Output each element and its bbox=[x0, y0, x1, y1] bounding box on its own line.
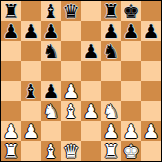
square-g2[interactable]: ♟ bbox=[121, 121, 141, 141]
square-b6[interactable] bbox=[21, 41, 41, 61]
square-a8[interactable]: ♜ bbox=[1, 1, 21, 21]
square-d4[interactable]: ♟ bbox=[61, 81, 81, 101]
square-e6[interactable]: ♟ bbox=[81, 41, 101, 61]
square-g7[interactable]: ♟ bbox=[121, 21, 141, 41]
square-a3[interactable] bbox=[1, 101, 21, 121]
square-d7[interactable] bbox=[61, 21, 81, 41]
piece-white-king[interactable]: ♚ bbox=[122, 141, 139, 161]
square-f4[interactable] bbox=[101, 81, 121, 101]
piece-black-pawn[interactable]: ♟ bbox=[42, 21, 59, 41]
square-g3[interactable] bbox=[121, 101, 141, 121]
square-b1[interactable] bbox=[21, 141, 41, 161]
square-f8[interactable]: ♜ bbox=[101, 1, 121, 21]
square-a6[interactable] bbox=[1, 41, 21, 61]
square-e3[interactable]: ♟ bbox=[81, 101, 101, 121]
square-f7[interactable]: ♟ bbox=[101, 21, 121, 41]
piece-white-bishop[interactable]: ♝ bbox=[62, 101, 79, 121]
square-d1[interactable]: ♛ bbox=[61, 141, 81, 161]
square-g5[interactable] bbox=[121, 61, 141, 81]
square-d3[interactable]: ♝ bbox=[61, 101, 81, 121]
piece-black-rook[interactable]: ♜ bbox=[102, 1, 119, 21]
piece-black-knight[interactable]: ♞ bbox=[42, 41, 59, 61]
square-d8[interactable]: ♛ bbox=[61, 1, 81, 21]
square-f3[interactable]: ♞ bbox=[101, 101, 121, 121]
square-h5[interactable] bbox=[141, 61, 161, 81]
square-e1[interactable] bbox=[81, 141, 101, 161]
piece-black-pawn[interactable]: ♟ bbox=[42, 81, 59, 101]
square-a2[interactable]: ♟ bbox=[1, 121, 21, 141]
piece-white-knight[interactable]: ♞ bbox=[102, 101, 119, 121]
square-e4[interactable] bbox=[81, 81, 101, 101]
piece-white-queen[interactable]: ♛ bbox=[62, 141, 79, 161]
piece-black-pawn[interactable]: ♟ bbox=[2, 21, 19, 41]
piece-white-pawn[interactable]: ♟ bbox=[82, 101, 99, 121]
square-g8[interactable]: ♚ bbox=[121, 1, 141, 21]
square-h7[interactable]: ♟ bbox=[141, 21, 161, 41]
square-b7[interactable]: ♟ bbox=[21, 21, 41, 41]
square-c7[interactable]: ♟ bbox=[41, 21, 61, 41]
square-h4[interactable] bbox=[141, 81, 161, 101]
piece-white-rook[interactable]: ♜ bbox=[102, 141, 119, 161]
square-e5[interactable] bbox=[81, 61, 101, 81]
square-b4[interactable]: ♝ bbox=[21, 81, 41, 101]
square-h2[interactable]: ♟ bbox=[141, 121, 161, 141]
piece-white-knight[interactable]: ♞ bbox=[42, 101, 59, 121]
piece-black-king[interactable]: ♚ bbox=[122, 1, 139, 21]
square-d2[interactable] bbox=[61, 121, 81, 141]
square-f2[interactable]: ♟ bbox=[101, 121, 121, 141]
square-c6[interactable]: ♞ bbox=[41, 41, 61, 61]
piece-white-pawn[interactable]: ♟ bbox=[122, 121, 139, 141]
square-g6[interactable] bbox=[121, 41, 141, 61]
square-h8[interactable] bbox=[141, 1, 161, 21]
piece-black-pawn[interactable]: ♟ bbox=[142, 21, 159, 41]
piece-black-bishop[interactable]: ♝ bbox=[22, 81, 39, 101]
square-b5[interactable] bbox=[21, 61, 41, 81]
piece-black-rook[interactable]: ♜ bbox=[2, 1, 19, 21]
piece-black-pawn[interactable]: ♟ bbox=[102, 21, 119, 41]
square-a7[interactable]: ♟ bbox=[1, 21, 21, 41]
square-d6[interactable] bbox=[61, 41, 81, 61]
square-c4[interactable]: ♟ bbox=[41, 81, 61, 101]
piece-white-pawn[interactable]: ♟ bbox=[142, 121, 159, 141]
piece-black-knight[interactable]: ♞ bbox=[102, 41, 119, 61]
piece-black-pawn[interactable]: ♟ bbox=[82, 41, 99, 61]
square-b8[interactable] bbox=[21, 1, 41, 21]
piece-black-pawn[interactable]: ♟ bbox=[122, 21, 139, 41]
square-b2[interactable]: ♟ bbox=[21, 121, 41, 141]
piece-black-bishop[interactable]: ♝ bbox=[42, 1, 59, 21]
chess-board: ♜♝♛♜♚♟♟♟♟♟♟♞♟♞♝♟♟♞♝♟♞♟♟♟♟♟♜♝♛♜♚ bbox=[1, 1, 161, 161]
square-h1[interactable] bbox=[141, 141, 161, 161]
piece-white-bishop[interactable]: ♝ bbox=[42, 141, 59, 161]
square-e2[interactable] bbox=[81, 121, 101, 141]
square-f6[interactable]: ♞ bbox=[101, 41, 121, 61]
piece-white-pawn[interactable]: ♟ bbox=[102, 121, 119, 141]
piece-black-pawn[interactable]: ♟ bbox=[22, 21, 39, 41]
piece-white-pawn[interactable]: ♟ bbox=[2, 121, 19, 141]
square-c5[interactable] bbox=[41, 61, 61, 81]
square-g4[interactable] bbox=[121, 81, 141, 101]
square-a5[interactable] bbox=[1, 61, 21, 81]
square-f1[interactable]: ♜ bbox=[101, 141, 121, 161]
square-c8[interactable]: ♝ bbox=[41, 1, 61, 21]
square-c2[interactable] bbox=[41, 121, 61, 141]
square-f5[interactable] bbox=[101, 61, 121, 81]
square-g1[interactable]: ♚ bbox=[121, 141, 141, 161]
square-h3[interactable] bbox=[141, 101, 161, 121]
square-a4[interactable] bbox=[1, 81, 21, 101]
piece-black-queen[interactable]: ♛ bbox=[62, 1, 79, 21]
chess-board-frame: ♜♝♛♜♚♟♟♟♟♟♟♞♟♞♝♟♟♞♝♟♞♟♟♟♟♟♜♝♛♜♚ bbox=[0, 0, 162, 162]
square-a1[interactable]: ♜ bbox=[1, 141, 21, 161]
square-c3[interactable]: ♞ bbox=[41, 101, 61, 121]
piece-white-pawn[interactable]: ♟ bbox=[22, 121, 39, 141]
square-b3[interactable] bbox=[21, 101, 41, 121]
square-e7[interactable] bbox=[81, 21, 101, 41]
piece-white-pawn[interactable]: ♟ bbox=[62, 81, 79, 101]
piece-white-rook[interactable]: ♜ bbox=[2, 141, 19, 161]
square-e8[interactable] bbox=[81, 1, 101, 21]
square-d5[interactable] bbox=[61, 61, 81, 81]
square-c1[interactable]: ♝ bbox=[41, 141, 61, 161]
square-h6[interactable] bbox=[141, 41, 161, 61]
